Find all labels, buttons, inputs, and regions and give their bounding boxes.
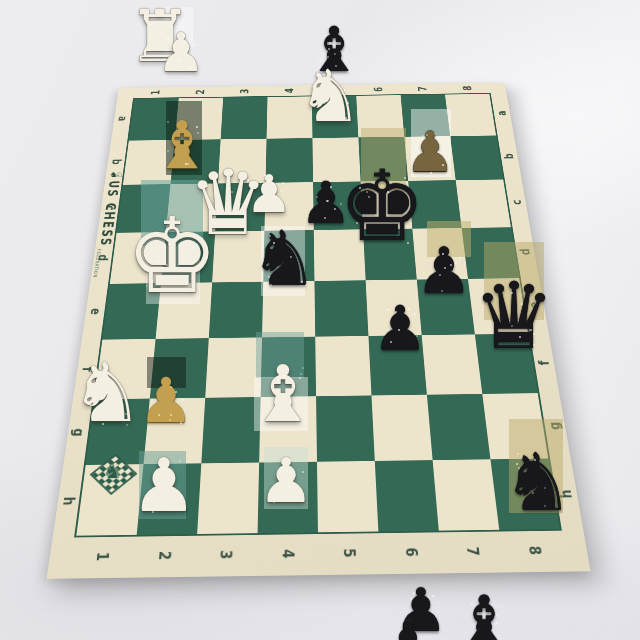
rank-label-top-3: 3	[238, 87, 253, 96]
file-label-left-a: a	[114, 114, 130, 124]
file-label-left-c: c	[101, 202, 118, 213]
rank-label-bottom-4: 4	[277, 545, 297, 563]
file-label-right-e: e	[525, 299, 544, 312]
coordinate-labels: aabbccddeeffgghh1122334455667788	[47, 83, 591, 579]
vinyl-chess-board: ♞♘ US CHESS FEDERATION ♞ aabbccddeeffggh…	[47, 83, 591, 579]
file-label-left-h: h	[58, 493, 79, 510]
rank-label-top-8: 8	[460, 83, 476, 92]
file-label-left-f: f	[77, 362, 96, 376]
rank-label-bottom-3: 3	[215, 546, 235, 564]
photo-scene: ♞♘ US CHESS FEDERATION ♞ aabbccddeeffggh…	[0, 0, 640, 640]
file-label-left-e: e	[86, 305, 105, 318]
file-label-right-b: b	[501, 151, 518, 162]
file-label-right-c: c	[508, 197, 525, 208]
rank-label-top-7: 7	[415, 84, 430, 93]
rank-label-bottom-1: 1	[91, 547, 113, 565]
rank-label-bottom-8: 8	[523, 541, 545, 559]
rank-label-bottom-5: 5	[339, 544, 359, 562]
board-wrapper: ♞♘ US CHESS FEDERATION ♞ aabbccddeeffggh…	[0, 0, 640, 640]
file-label-right-f: f	[534, 356, 554, 370]
rank-label-top-2: 2	[193, 87, 208, 96]
file-label-left-d: d	[94, 252, 112, 264]
file-label-right-h: h	[556, 486, 578, 503]
rank-label-top-6: 6	[371, 85, 386, 94]
rank-label-bottom-2: 2	[153, 547, 174, 565]
rank-label-top-4: 4	[282, 86, 296, 95]
file-label-left-b: b	[108, 156, 125, 167]
file-label-right-g: g	[545, 418, 566, 433]
rank-label-bottom-7: 7	[461, 542, 483, 560]
file-label-left-g: g	[68, 425, 88, 441]
rank-label-top-1: 1	[148, 88, 163, 97]
rank-label-bottom-6: 6	[400, 543, 421, 561]
file-label-right-a: a	[494, 108, 510, 118]
file-label-right-d: d	[516, 246, 534, 258]
rank-label-top-5: 5	[327, 85, 342, 94]
